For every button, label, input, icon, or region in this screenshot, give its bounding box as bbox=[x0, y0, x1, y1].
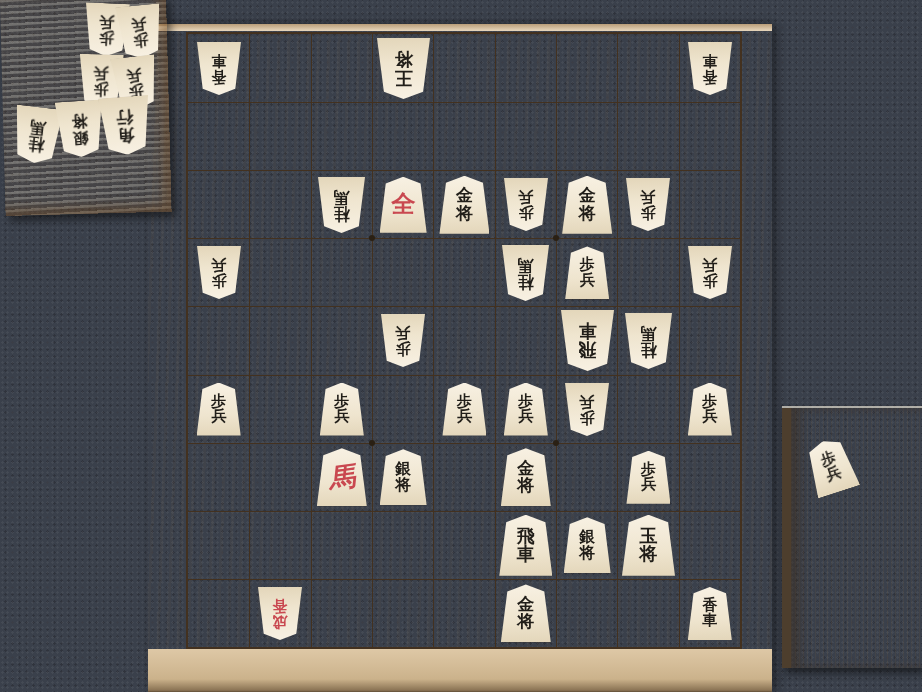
piece-kanji: 将 bbox=[579, 545, 595, 562]
square-6d[interactable] bbox=[372, 238, 433, 306]
hand-pawn-piece[interactable]: 歩兵 bbox=[115, 3, 164, 60]
square-2c[interactable]: 歩兵 bbox=[617, 170, 678, 238]
square-4a[interactable] bbox=[495, 34, 556, 102]
star-point bbox=[553, 440, 559, 446]
piece-kanji: 歩 bbox=[580, 409, 595, 425]
piece-kanji: 桂 bbox=[334, 205, 350, 222]
piece-kanji: 馬 bbox=[640, 324, 656, 341]
sente-pawn-piece[interactable]: 歩兵 bbox=[688, 383, 732, 436]
piece-kanji: 香 bbox=[211, 68, 226, 84]
piece-kanji: 車 bbox=[578, 322, 596, 341]
sente-promoted-silver-piece[interactable]: 全 bbox=[380, 177, 427, 233]
square-7c[interactable]: 桂馬 bbox=[311, 170, 372, 238]
piece-kanji: 兵 bbox=[334, 409, 349, 425]
sente-pawn-piece[interactable]: 歩兵 bbox=[197, 383, 241, 436]
piece-kanji: 歩 bbox=[93, 81, 108, 97]
square-4g[interactable]: 金将 bbox=[495, 443, 556, 511]
board-front-edge bbox=[148, 649, 772, 692]
piece-kanji: 飛 bbox=[578, 341, 596, 360]
square-2f[interactable] bbox=[617, 375, 678, 443]
piece-kanji: 馬 bbox=[29, 118, 47, 136]
sente-silver-piece[interactable]: 銀将 bbox=[380, 449, 427, 505]
piece-kanji: 香 bbox=[702, 68, 717, 84]
piece-kanji: 将 bbox=[579, 205, 596, 223]
sente-gold-piece[interactable]: 金将 bbox=[562, 176, 612, 234]
piece-kanji: 兵 bbox=[211, 257, 226, 273]
square-3a[interactable] bbox=[556, 34, 617, 102]
gote-rook-piece[interactable]: 飛車 bbox=[561, 310, 614, 371]
square-3g[interactable] bbox=[556, 443, 617, 511]
piece-kanji: 成 bbox=[273, 613, 288, 629]
square-9f[interactable]: 歩兵 bbox=[188, 375, 249, 443]
square-5e[interactable] bbox=[433, 306, 494, 374]
piece-kanji: 将 bbox=[517, 613, 534, 631]
square-9h[interactable] bbox=[188, 511, 249, 579]
square-7a[interactable] bbox=[311, 34, 372, 102]
square-8b[interactable] bbox=[249, 102, 310, 170]
square-9e[interactable] bbox=[188, 306, 249, 374]
square-6h[interactable] bbox=[372, 511, 433, 579]
hand-silver-piece[interactable]: 銀将 bbox=[55, 100, 105, 159]
piece-kanji: 王 bbox=[394, 68, 412, 87]
gote-promoted-lance-piece[interactable]: 成香 bbox=[258, 587, 302, 640]
square-3c[interactable]: 金将 bbox=[556, 170, 617, 238]
piece-kanji: 車 bbox=[702, 52, 717, 68]
square-4e[interactable] bbox=[495, 306, 556, 374]
hand-bishop-piece[interactable]: 角行 bbox=[98, 95, 152, 157]
piece-kanji: 将 bbox=[517, 477, 534, 495]
piece-kanji: 将 bbox=[71, 112, 88, 130]
square-2h[interactable]: 玉将 bbox=[617, 511, 678, 579]
square-8h[interactable] bbox=[249, 511, 310, 579]
square-1a[interactable]: 香車 bbox=[679, 34, 740, 102]
sente-silver-piece[interactable]: 銀将 bbox=[564, 517, 611, 573]
piece-kanji: 歩 bbox=[518, 205, 533, 221]
piece-kanji: 馬 bbox=[518, 256, 534, 273]
square-4c[interactable]: 歩兵 bbox=[495, 170, 556, 238]
square-1h[interactable] bbox=[679, 511, 740, 579]
star-point bbox=[369, 235, 375, 241]
piece-kanji: 将 bbox=[395, 477, 411, 494]
piece-kanji: 馬 bbox=[327, 462, 357, 493]
square-2i[interactable] bbox=[617, 579, 678, 647]
gote-pawn-piece[interactable]: 歩兵 bbox=[381, 314, 425, 367]
piece-kanji: 兵 bbox=[99, 14, 115, 30]
gote-pawn-piece[interactable]: 歩兵 bbox=[197, 246, 241, 299]
square-7i[interactable] bbox=[311, 579, 372, 647]
square-8f[interactable] bbox=[249, 375, 310, 443]
square-6e[interactable]: 歩兵 bbox=[372, 306, 433, 374]
piece-kanji: 兵 bbox=[211, 409, 226, 425]
square-9d[interactable]: 歩兵 bbox=[188, 238, 249, 306]
piece-kanji: 兵 bbox=[131, 16, 147, 33]
square-2a[interactable] bbox=[617, 34, 678, 102]
square-5c[interactable]: 金将 bbox=[433, 170, 494, 238]
square-9b[interactable] bbox=[188, 102, 249, 170]
square-5d[interactable] bbox=[433, 238, 494, 306]
sente-gold-piece[interactable]: 金将 bbox=[501, 448, 551, 506]
hand-knight-piece[interactable]: 桂馬 bbox=[11, 105, 64, 166]
piece-kanji: 将 bbox=[394, 49, 412, 68]
piece-kanji: 兵 bbox=[580, 273, 595, 289]
piece-kanji: 馬 bbox=[334, 188, 350, 205]
square-5b[interactable] bbox=[433, 102, 494, 170]
square-7h[interactable] bbox=[311, 511, 372, 579]
square-1e[interactable] bbox=[679, 306, 740, 374]
gote-knight-piece[interactable]: 桂馬 bbox=[318, 177, 365, 233]
sente-king-piece[interactable]: 玉将 bbox=[622, 515, 675, 576]
square-3i[interactable] bbox=[556, 579, 617, 647]
board-grid: 香車王将香車桂馬全金将歩兵金将歩兵歩兵桂馬歩兵歩兵歩兵飛車桂馬歩兵歩兵歩兵歩兵歩… bbox=[186, 32, 742, 649]
piece-kanji: 車 bbox=[702, 613, 717, 629]
gote-pawn-piece[interactable]: 歩兵 bbox=[626, 178, 670, 231]
piece-kanji: 行 bbox=[115, 107, 133, 126]
piece-kanji: 兵 bbox=[126, 67, 143, 84]
piece-kanji: 歩 bbox=[211, 273, 226, 289]
gote-pawn-piece[interactable]: 歩兵 bbox=[565, 383, 609, 436]
sente-pawn-piece[interactable]: 歩兵 bbox=[504, 383, 548, 436]
square-1d[interactable]: 歩兵 bbox=[679, 238, 740, 306]
piece-kanji: 兵 bbox=[94, 65, 109, 81]
sente-promoted-bishop-piece[interactable]: 馬 bbox=[317, 448, 367, 506]
piece-kanji: 兵 bbox=[457, 409, 472, 425]
gote-lance-piece[interactable]: 香車 bbox=[688, 42, 732, 95]
square-1f[interactable]: 歩兵 bbox=[679, 375, 740, 443]
square-6b[interactable] bbox=[372, 102, 433, 170]
square-2g[interactable]: 歩兵 bbox=[617, 443, 678, 511]
square-9i[interactable] bbox=[188, 579, 249, 647]
piece-kanji: 桂 bbox=[518, 273, 534, 290]
square-5h[interactable] bbox=[433, 511, 494, 579]
sente-rook-piece[interactable]: 飛車 bbox=[499, 515, 552, 576]
star-point bbox=[369, 440, 375, 446]
sente-pawn-piece[interactable]: 歩兵 bbox=[626, 451, 670, 504]
piece-kanji: 兵 bbox=[702, 257, 717, 273]
star-point bbox=[553, 235, 559, 241]
piece-kanji: 車 bbox=[517, 545, 535, 564]
square-8c[interactable] bbox=[249, 170, 310, 238]
piece-kanji: 兵 bbox=[702, 409, 717, 425]
square-9a[interactable]: 香車 bbox=[188, 34, 249, 102]
shogi-board: 香車王将香車桂馬全金将歩兵金将歩兵歩兵桂馬歩兵歩兵歩兵飛車桂馬歩兵歩兵歩兵歩兵歩… bbox=[148, 24, 772, 692]
square-3e[interactable]: 飛車 bbox=[556, 306, 617, 374]
gote-pawn-piece[interactable]: 歩兵 bbox=[688, 246, 732, 299]
square-6g[interactable]: 銀将 bbox=[372, 443, 433, 511]
sente-piece-stand: 歩兵 bbox=[782, 408, 922, 668]
square-6i[interactable] bbox=[372, 579, 433, 647]
piece-kanji: 香 bbox=[273, 598, 288, 614]
square-2b[interactable] bbox=[617, 102, 678, 170]
square-7f[interactable]: 歩兵 bbox=[311, 375, 372, 443]
square-3d[interactable]: 歩兵 bbox=[556, 238, 617, 306]
square-8e[interactable] bbox=[249, 306, 310, 374]
gote-piece-stand: 歩兵歩兵歩兵歩兵桂馬銀将角行 bbox=[0, 0, 172, 216]
square-5a[interactable] bbox=[433, 34, 494, 102]
piece-kanji: 兵 bbox=[396, 325, 411, 341]
piece-kanji: 全 bbox=[391, 192, 415, 217]
sente-pawn-piece[interactable]: 歩兵 bbox=[320, 383, 364, 436]
square-1i[interactable]: 香車 bbox=[679, 579, 740, 647]
piece-kanji: 兵 bbox=[580, 394, 595, 410]
square-5f[interactable]: 歩兵 bbox=[433, 375, 494, 443]
square-9c[interactable] bbox=[188, 170, 249, 238]
piece-kanji: 将 bbox=[639, 545, 657, 564]
gote-king-piece[interactable]: 王将 bbox=[377, 38, 430, 99]
square-6f[interactable] bbox=[372, 375, 433, 443]
piece-kanji: 桂 bbox=[640, 341, 656, 358]
square-6a[interactable]: 王将 bbox=[372, 34, 433, 102]
gote-pawn-piece[interactable]: 歩兵 bbox=[504, 178, 548, 231]
square-8i[interactable]: 成香 bbox=[249, 579, 310, 647]
square-4b[interactable] bbox=[495, 102, 556, 170]
square-3b[interactable] bbox=[556, 102, 617, 170]
sente-lance-piece[interactable]: 香車 bbox=[688, 587, 732, 640]
square-4i[interactable]: 金将 bbox=[495, 579, 556, 647]
square-1c[interactable] bbox=[679, 170, 740, 238]
square-8a[interactable] bbox=[249, 34, 310, 102]
sente-gold-piece[interactable]: 金将 bbox=[501, 584, 551, 642]
piece-kanji: 兵 bbox=[518, 409, 533, 425]
square-2e[interactable]: 桂馬 bbox=[617, 306, 678, 374]
gote-knight-piece[interactable]: 桂馬 bbox=[502, 245, 549, 301]
square-8d[interactable] bbox=[249, 238, 310, 306]
piece-kanji: 歩 bbox=[396, 341, 411, 357]
gote-lance-piece[interactable]: 香車 bbox=[197, 42, 241, 95]
board-top-edge bbox=[148, 24, 772, 31]
square-7g[interactable]: 馬 bbox=[311, 443, 372, 511]
square-1g[interactable] bbox=[679, 443, 740, 511]
hand-pawn-piece[interactable]: 歩兵 bbox=[802, 434, 860, 498]
square-1b[interactable] bbox=[679, 102, 740, 170]
square-4f[interactable]: 歩兵 bbox=[495, 375, 556, 443]
sente-pawn-piece[interactable]: 歩兵 bbox=[442, 383, 486, 436]
square-5i[interactable] bbox=[433, 579, 494, 647]
piece-kanji: 歩 bbox=[641, 205, 656, 221]
gote-knight-piece[interactable]: 桂馬 bbox=[625, 313, 672, 369]
sente-gold-piece[interactable]: 金将 bbox=[439, 176, 489, 234]
square-7b[interactable] bbox=[311, 102, 372, 170]
piece-kanji: 兵 bbox=[641, 189, 656, 205]
square-9g[interactable] bbox=[188, 443, 249, 511]
square-2d[interactable] bbox=[617, 238, 678, 306]
piece-kanji: 兵 bbox=[518, 189, 533, 205]
piece-kanji: 兵 bbox=[824, 464, 843, 483]
square-3h[interactable]: 銀将 bbox=[556, 511, 617, 579]
square-5g[interactable] bbox=[433, 443, 494, 511]
square-7e[interactable] bbox=[311, 306, 372, 374]
sente-pawn-piece[interactable]: 歩兵 bbox=[565, 246, 609, 299]
piece-kanji: 車 bbox=[211, 52, 226, 68]
square-6c[interactable]: 全 bbox=[372, 170, 433, 238]
square-4h[interactable]: 飛車 bbox=[495, 511, 556, 579]
piece-kanji: 将 bbox=[456, 205, 473, 223]
piece-kanji: 歩 bbox=[99, 29, 115, 45]
piece-kanji: 歩 bbox=[702, 273, 717, 289]
piece-kanji: 兵 bbox=[641, 477, 656, 493]
square-7d[interactable] bbox=[311, 238, 372, 306]
square-3f[interactable]: 歩兵 bbox=[556, 375, 617, 443]
table-scene: 香車王将香車桂馬全金将歩兵金将歩兵歩兵桂馬歩兵歩兵歩兵飛車桂馬歩兵歩兵歩兵歩兵歩… bbox=[0, 0, 922, 692]
square-8g[interactable] bbox=[249, 443, 310, 511]
square-4d[interactable]: 桂馬 bbox=[495, 238, 556, 306]
